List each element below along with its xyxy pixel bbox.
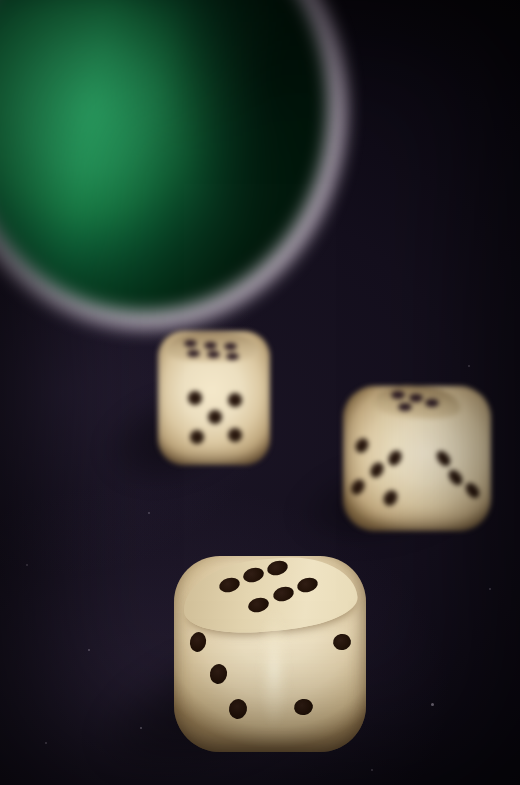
die-pip (368, 460, 386, 480)
die-pip (332, 633, 353, 652)
die-pip-partial (184, 340, 197, 347)
die-pip (292, 697, 313, 716)
die-pip (445, 467, 464, 487)
dust-speck (489, 588, 491, 590)
die-back-left-pips (158, 331, 270, 465)
die-pip (241, 565, 265, 584)
dust-speck (148, 512, 150, 514)
die-pip (208, 662, 229, 685)
die-pip (462, 480, 481, 500)
die-back-right (343, 386, 491, 531)
die-pip-partial (409, 394, 423, 402)
die-pip (188, 391, 202, 405)
die-pip (188, 631, 208, 654)
die-pip (190, 430, 204, 444)
die-pip (265, 558, 289, 577)
dust-speck (468, 365, 470, 367)
die-pip-partial (391, 391, 405, 399)
die-front-center (174, 556, 366, 752)
die-pip (433, 448, 452, 468)
dust-speck (26, 564, 28, 566)
dust-speck (45, 742, 47, 744)
die-pip (217, 575, 241, 594)
die-pip (228, 428, 242, 442)
die-pip-partial (187, 350, 200, 357)
die-back-right-pips (343, 386, 491, 531)
die-pip (353, 436, 371, 455)
dice-photo-scene (0, 0, 520, 785)
die-pip (380, 488, 399, 508)
die-pip-partial (224, 343, 237, 350)
die-pip (349, 477, 367, 497)
die-pip-partial (226, 353, 239, 360)
die-back-left (158, 331, 270, 465)
die-pip (246, 595, 270, 614)
die-pip (228, 393, 242, 407)
dust-speck (431, 703, 434, 706)
die-pip (295, 575, 319, 594)
die-pip-partial (204, 342, 217, 349)
die-front-pips (174, 556, 366, 752)
dust-speck (371, 769, 373, 771)
dust-speck (140, 727, 142, 729)
dust-speck (88, 649, 90, 651)
die-pip-partial (207, 351, 220, 358)
die-pip (271, 584, 295, 603)
die-pip-partial (425, 399, 439, 407)
dice-cup (0, 0, 345, 328)
die-pip (208, 410, 222, 424)
die-pip-partial (398, 403, 412, 411)
die-pip (386, 448, 404, 468)
die-pip (227, 697, 249, 720)
